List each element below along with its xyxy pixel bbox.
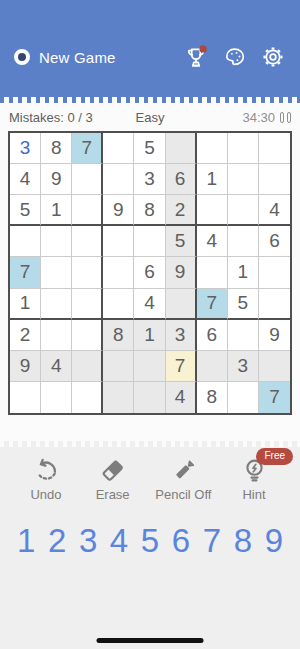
new-game-button[interactable]: New Game: [14, 49, 116, 66]
cell-r8c1[interactable]: 9: [10, 351, 41, 382]
bottom-panel: Undo Erase: [0, 441, 300, 649]
cell-r1c8[interactable]: [228, 133, 259, 164]
home-indicator[interactable]: [97, 638, 204, 643]
cell-r3c5[interactable]: 8: [134, 195, 165, 226]
cell-r6c3[interactable]: [72, 289, 103, 320]
sudoku-board: 387549361519824546769114752813699473487: [8, 131, 292, 415]
numpad-8[interactable]: 8: [234, 524, 252, 557]
cell-r4c1[interactable]: [10, 226, 41, 257]
cell-r2c5[interactable]: 3: [134, 164, 165, 195]
cell-r8c9[interactable]: [259, 351, 290, 382]
hint-free-badge: Free: [256, 448, 293, 465]
cell-r8c6[interactable]: 7: [166, 351, 197, 382]
cell-r6c6[interactable]: [166, 289, 197, 320]
cell-r1c1[interactable]: 3: [10, 133, 41, 164]
cell-r5c6[interactable]: 9: [166, 257, 197, 288]
timer: 34:30: [242, 110, 275, 125]
toolbar: Undo Erase: [0, 447, 300, 502]
cell-r9c4[interactable]: [103, 382, 134, 413]
pause-button[interactable]: [280, 112, 291, 123]
cell-r5c7[interactable]: [197, 257, 228, 288]
cell-r7c4[interactable]: 8: [103, 320, 134, 351]
numpad-9[interactable]: 9: [265, 524, 283, 557]
cell-r2c3[interactable]: [72, 164, 103, 195]
cell-r1c5[interactable]: 5: [134, 133, 165, 164]
pencil-label: Pencil Off: [155, 487, 211, 502]
cell-r2c7[interactable]: 1: [197, 164, 228, 195]
undo-label: Undo: [30, 487, 61, 502]
pencil-icon: [170, 457, 197, 484]
new-game-label: New Game: [39, 49, 116, 66]
cell-r9c9[interactable]: 7: [259, 382, 290, 413]
numpad-3[interactable]: 3: [79, 524, 97, 557]
cell-r7c8[interactable]: [228, 320, 259, 351]
cell-r3c4[interactable]: 9: [103, 195, 134, 226]
status-row: Mistakes: 0 / 3 Easy 34:30: [0, 103, 300, 129]
cell-r1c6[interactable]: [166, 133, 197, 164]
cell-r6c4[interactable]: [103, 289, 134, 320]
cell-r4c7[interactable]: 4: [197, 226, 228, 257]
cell-r5c5[interactable]: 6: [134, 257, 165, 288]
cell-r3c9[interactable]: 4: [259, 195, 290, 226]
cell-r3c3[interactable]: [72, 195, 103, 226]
cell-r4c3[interactable]: [72, 226, 103, 257]
pause-icon: [280, 112, 284, 123]
cell-r6c9[interactable]: [259, 289, 290, 320]
undo-button[interactable]: Undo: [22, 457, 70, 502]
cell-r5c2[interactable]: [41, 257, 72, 288]
cell-r2c9[interactable]: [259, 164, 290, 195]
cell-r7c2[interactable]: [41, 320, 72, 351]
cell-r7c3[interactable]: [72, 320, 103, 351]
cell-r4c5[interactable]: [134, 226, 165, 257]
header: New Game: [0, 0, 300, 97]
numpad-2[interactable]: 2: [48, 524, 66, 557]
numpad-4[interactable]: 4: [110, 524, 128, 557]
erase-button[interactable]: Erase: [89, 457, 137, 502]
cell-r4c4[interactable]: [103, 226, 134, 257]
trophy-icon: [183, 44, 209, 70]
cell-r5c9[interactable]: [259, 257, 290, 288]
palette-icon: [222, 45, 247, 70]
cell-r2c1[interactable]: 4: [10, 164, 41, 195]
pause-icon: [287, 112, 291, 123]
numpad-6[interactable]: 6: [172, 524, 190, 557]
cell-r3c6[interactable]: 2: [166, 195, 197, 226]
cell-r2c8[interactable]: [228, 164, 259, 195]
cell-r7c7[interactable]: 6: [197, 320, 228, 351]
numpad-7[interactable]: 7: [203, 524, 221, 557]
cell-r7c5[interactable]: 1: [134, 320, 165, 351]
cell-r6c5[interactable]: 4: [134, 289, 165, 320]
cell-r9c6[interactable]: 4: [166, 382, 197, 413]
cell-r8c5[interactable]: [134, 351, 165, 382]
settings-button[interactable]: [260, 44, 286, 70]
eraser-icon: [99, 457, 126, 484]
cell-r3c1[interactable]: 5: [10, 195, 41, 226]
undo-icon: [33, 457, 60, 484]
cell-r5c8[interactable]: 1: [228, 257, 259, 288]
cell-r1c7[interactable]: [197, 133, 228, 164]
mistakes-counter: Mistakes: 0 / 3: [9, 110, 136, 125]
cell-r7c6[interactable]: 3: [166, 320, 197, 351]
new-game-circle-icon: [14, 49, 30, 65]
cell-r1c4[interactable]: [103, 133, 134, 164]
cell-r9c5[interactable]: [134, 382, 165, 413]
cell-r3c8[interactable]: [228, 195, 259, 226]
cell-r8c7[interactable]: [197, 351, 228, 382]
hint-label: Hint: [242, 487, 265, 502]
pencil-toggle-button[interactable]: Pencil Off: [155, 457, 211, 502]
cell-r8c3[interactable]: [72, 351, 103, 382]
numpad-1[interactable]: 1: [17, 524, 35, 557]
cell-r7c1[interactable]: 2: [10, 320, 41, 351]
cell-r9c7[interactable]: 8: [197, 382, 228, 413]
cell-r3c2[interactable]: 1: [41, 195, 72, 226]
cell-r7c9[interactable]: 9: [259, 320, 290, 351]
cell-r8c2[interactable]: 4: [41, 351, 72, 382]
cell-r6c8[interactable]: 5: [228, 289, 259, 320]
cell-r6c1[interactable]: 1: [10, 289, 41, 320]
cell-r4c9[interactable]: 6: [259, 226, 290, 257]
cell-r5c1[interactable]: 7: [10, 257, 41, 288]
cell-r3c7[interactable]: [197, 195, 228, 226]
number-pad: 1 2 3 4 5 6 7 8 9: [0, 502, 300, 557]
cell-r2c2[interactable]: 9: [41, 164, 72, 195]
sudoku-app: New Game: [0, 0, 300, 649]
cell-r8c4[interactable]: [103, 351, 134, 382]
cell-r5c3[interactable]: [72, 257, 103, 288]
gear-icon: [260, 44, 286, 70]
cell-r1c2[interactable]: 8: [41, 133, 72, 164]
cell-r4c8[interactable]: [228, 226, 259, 257]
cell-r9c8[interactable]: [228, 382, 259, 413]
cell-r2c4[interactable]: [103, 164, 134, 195]
cell-r6c7[interactable]: 7: [197, 289, 228, 320]
cell-r1c9[interactable]: [259, 133, 290, 164]
cell-r6c2[interactable]: [41, 289, 72, 320]
trophy-button[interactable]: [183, 44, 209, 70]
cell-r9c1[interactable]: [10, 382, 41, 413]
cell-r2c6[interactable]: 6: [166, 164, 197, 195]
cell-r9c2[interactable]: [41, 382, 72, 413]
cell-r4c2[interactable]: [41, 226, 72, 257]
cell-r4c6[interactable]: 5: [166, 226, 197, 257]
erase-label: Erase: [96, 487, 130, 502]
cell-r8c8[interactable]: 3: [228, 351, 259, 382]
difficulty-label: Easy: [136, 110, 165, 125]
cell-r1c3[interactable]: 7: [72, 133, 103, 164]
hint-button[interactable]: Free Hint: [230, 457, 278, 502]
numpad-5[interactable]: 5: [141, 524, 159, 557]
cell-r9c3[interactable]: [72, 382, 103, 413]
cell-r5c4[interactable]: [103, 257, 134, 288]
theme-button[interactable]: [222, 45, 247, 70]
notification-dot: [199, 45, 206, 52]
